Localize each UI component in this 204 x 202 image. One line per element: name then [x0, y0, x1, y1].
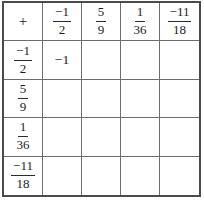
fraction: 1 36: [17, 120, 30, 153]
numerator: 5: [18, 82, 29, 99]
row-header-1: 5 9: [4, 80, 43, 118]
answer-cell-r0c0[interactable]: −1: [43, 41, 82, 79]
row-header-3: −11 18: [4, 157, 43, 195]
numerator: −1: [53, 5, 71, 22]
answer-cell-r2c0[interactable]: [43, 118, 82, 156]
denominator: 9: [98, 22, 105, 38]
denominator: 36: [134, 22, 147, 38]
numerator: −11: [168, 5, 192, 22]
denominator: 2: [20, 61, 27, 77]
numerator: −1: [14, 44, 32, 61]
answer-cell-r2c1[interactable]: [82, 118, 121, 156]
answer-cell-r3c2[interactable]: [121, 157, 160, 195]
row-header-0: −1 2: [4, 41, 43, 79]
answer-cell-r0c3[interactable]: [160, 41, 199, 79]
denominator: 36: [17, 137, 30, 153]
answer-cell-r1c1[interactable]: [82, 80, 121, 118]
answer-cell-r2c3[interactable]: [160, 118, 199, 156]
col-header-2: 1 36: [121, 3, 160, 41]
operator-cell: +: [4, 3, 43, 41]
answer-cell-r1c3[interactable]: [160, 80, 199, 118]
row-header-2: 1 36: [4, 118, 43, 156]
numerator: 1: [135, 5, 146, 22]
fraction: −1 2: [53, 5, 71, 38]
col-header-3: −11 18: [160, 3, 199, 41]
fraction: 1 36: [134, 5, 147, 38]
answer-cell-r1c0[interactable]: [43, 80, 82, 118]
fraction-addition-table: + −1 2 5 9 1 36 −11 18 −1 2 −1: [2, 1, 201, 197]
fraction: −11 18: [168, 5, 192, 38]
answer-cell-r0c1[interactable]: [82, 41, 121, 79]
numerator: 1: [18, 120, 29, 137]
answer-cell-r3c3[interactable]: [160, 157, 199, 195]
denominator: 9: [20, 99, 27, 115]
fraction: 5 9: [96, 5, 107, 38]
numerator: 5: [96, 5, 107, 22]
fraction: 5 9: [18, 82, 29, 115]
fraction: −1 2: [14, 44, 32, 77]
answer-cell-r3c0[interactable]: [43, 157, 82, 195]
col-header-0: −1 2: [43, 3, 82, 41]
answer-cell-r3c1[interactable]: [82, 157, 121, 195]
answer-cell-r2c2[interactable]: [121, 118, 160, 156]
answer-value: −1: [55, 53, 69, 67]
fraction: −11 18: [11, 159, 35, 192]
answer-cell-r0c2[interactable]: [121, 41, 160, 79]
denominator: 18: [173, 22, 186, 38]
denominator: 18: [16, 176, 29, 192]
numerator: −11: [11, 159, 35, 176]
col-header-1: 5 9: [82, 3, 121, 41]
plus-operator: +: [19, 14, 27, 29]
answer-cell-r1c2[interactable]: [121, 80, 160, 118]
denominator: 2: [59, 22, 66, 38]
